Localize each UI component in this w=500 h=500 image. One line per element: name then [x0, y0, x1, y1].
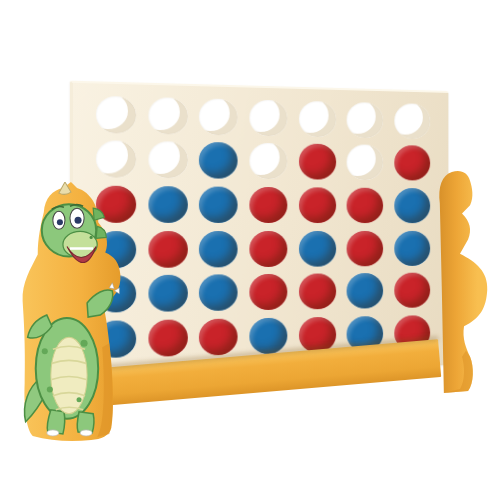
cell-r6c7: ● — [389, 312, 436, 355]
blue-disc: ● — [199, 275, 238, 303]
empty-hole — [347, 145, 384, 181]
red-disc: ● — [148, 320, 187, 349]
red-disc: ● — [299, 144, 336, 171]
cell-r4c6: ● — [341, 227, 389, 270]
right-end-panel — [431, 169, 491, 399]
red-disc-hole: ● — [148, 320, 187, 358]
cell-r2c2 — [142, 138, 193, 183]
red-disc: ● — [347, 188, 384, 215]
blue-disc: ● — [299, 231, 336, 258]
blue-disc: ● — [199, 231, 238, 258]
cell-r2c1 — [90, 137, 142, 183]
empty-hole — [148, 97, 187, 135]
red-disc: ● — [299, 317, 336, 345]
cell-r1c7 — [389, 99, 436, 142]
red-disc-hole: ● — [199, 319, 238, 356]
blue-disc-hole: ● — [394, 231, 430, 266]
cell-r1c6 — [341, 98, 389, 142]
cell-r1c5 — [293, 97, 341, 141]
empty-hole — [96, 96, 136, 134]
red-disc: ● — [299, 274, 336, 301]
red-disc-hole: ● — [249, 274, 287, 310]
cell-r3c5: ● — [293, 184, 341, 227]
red-disc-hole: ● — [299, 187, 336, 223]
red-disc-hole: ● — [394, 273, 430, 308]
blue-disc-hole: ● — [249, 318, 287, 355]
empty-hole — [148, 142, 187, 179]
cell-r1c4 — [244, 95, 293, 140]
red-disc: ● — [347, 231, 384, 258]
product-photo-stage: ●●●●●●●●●●●●●●●●●●●●●●●●●●●●●●● — [0, 0, 500, 500]
empty-hole — [96, 141, 136, 179]
cell-r2c5: ● — [293, 140, 341, 184]
blue-disc-hole: ● — [148, 186, 187, 223]
blue-disc-hole: ● — [299, 231, 336, 267]
dinosaur-art — [16, 182, 128, 444]
cell-r5c6: ● — [341, 270, 389, 313]
cell-r3c3: ● — [193, 183, 243, 227]
blue-disc-hole: ● — [148, 275, 187, 312]
cell-r1c3 — [193, 94, 243, 139]
blue-disc: ● — [199, 187, 238, 214]
blue-disc-hole: ● — [394, 188, 430, 223]
cell-r2c6 — [341, 141, 389, 184]
red-disc-hole: ● — [299, 274, 336, 310]
cell-r5c7: ● — [389, 269, 436, 312]
cell-r2c7: ● — [389, 142, 436, 185]
cell-r5c2: ● — [142, 271, 193, 316]
red-disc-hole: ● — [394, 315, 430, 351]
blue-disc-hole: ● — [347, 273, 384, 309]
red-disc: ● — [394, 315, 430, 342]
red-disc: ● — [299, 187, 336, 214]
cell-r4c2: ● — [142, 227, 193, 272]
blue-disc: ● — [199, 142, 238, 170]
red-disc: ● — [394, 273, 430, 300]
red-disc-hole: ● — [148, 231, 187, 268]
empty-hole — [299, 101, 336, 137]
blue-disc-hole: ● — [347, 316, 384, 352]
blue-disc: ● — [347, 316, 384, 344]
cell-r4c7: ● — [389, 227, 436, 270]
blue-disc-hole: ● — [199, 142, 238, 179]
empty-hole — [249, 143, 287, 179]
blue-disc-hole: ● — [199, 231, 238, 267]
red-disc-hole: ● — [347, 188, 384, 223]
red-disc: ● — [148, 231, 187, 259]
blue-disc: ● — [394, 188, 430, 214]
empty-hole — [249, 99, 287, 136]
red-disc-hole: ● — [249, 187, 287, 223]
cell-r4c5: ● — [293, 227, 341, 270]
empty-hole — [199, 98, 238, 135]
left-end-panel — [16, 182, 128, 444]
red-disc-hole: ● — [347, 231, 384, 266]
red-disc: ● — [249, 187, 287, 214]
blue-disc: ● — [249, 318, 287, 346]
cell-r6c4: ● — [244, 314, 293, 359]
blue-disc: ● — [347, 273, 384, 300]
cell-r2c3: ● — [193, 138, 243, 183]
cell-r5c4: ● — [244, 270, 293, 314]
red-disc: ● — [249, 231, 287, 258]
cell-r3c2: ● — [142, 182, 193, 227]
blue-disc: ● — [394, 231, 430, 257]
red-disc-hole: ● — [299, 144, 336, 180]
cell-r6c5: ● — [293, 313, 341, 357]
blue-disc-hole: ● — [199, 275, 238, 312]
red-disc-hole: ● — [394, 146, 430, 181]
empty-hole — [347, 102, 384, 138]
cell-r1c2 — [142, 93, 193, 139]
blue-disc: ● — [148, 186, 187, 214]
red-disc: ● — [199, 319, 238, 347]
empty-hole — [394, 103, 430, 139]
right-panel-shape — [431, 169, 491, 399]
red-disc: ● — [394, 146, 430, 173]
cell-r1c1 — [90, 92, 142, 138]
cell-r5c5: ● — [293, 270, 341, 314]
red-disc-hole: ● — [249, 231, 287, 267]
cell-r6c3: ● — [193, 315, 243, 360]
cell-r3c6: ● — [341, 184, 389, 227]
cell-r5c3: ● — [193, 271, 243, 316]
blue-disc-hole: ● — [199, 187, 238, 223]
cell-r3c7: ● — [389, 184, 436, 227]
cell-r4c4: ● — [244, 227, 293, 271]
cell-r3c4: ● — [244, 183, 293, 227]
cell-r4c3: ● — [193, 227, 243, 271]
red-disc: ● — [249, 274, 287, 302]
cell-r2c4 — [244, 139, 293, 183]
cell-r6c6: ● — [341, 312, 389, 356]
red-disc-hole: ● — [299, 317, 336, 353]
blue-disc: ● — [148, 275, 187, 303]
cell-r6c2: ● — [142, 316, 193, 362]
